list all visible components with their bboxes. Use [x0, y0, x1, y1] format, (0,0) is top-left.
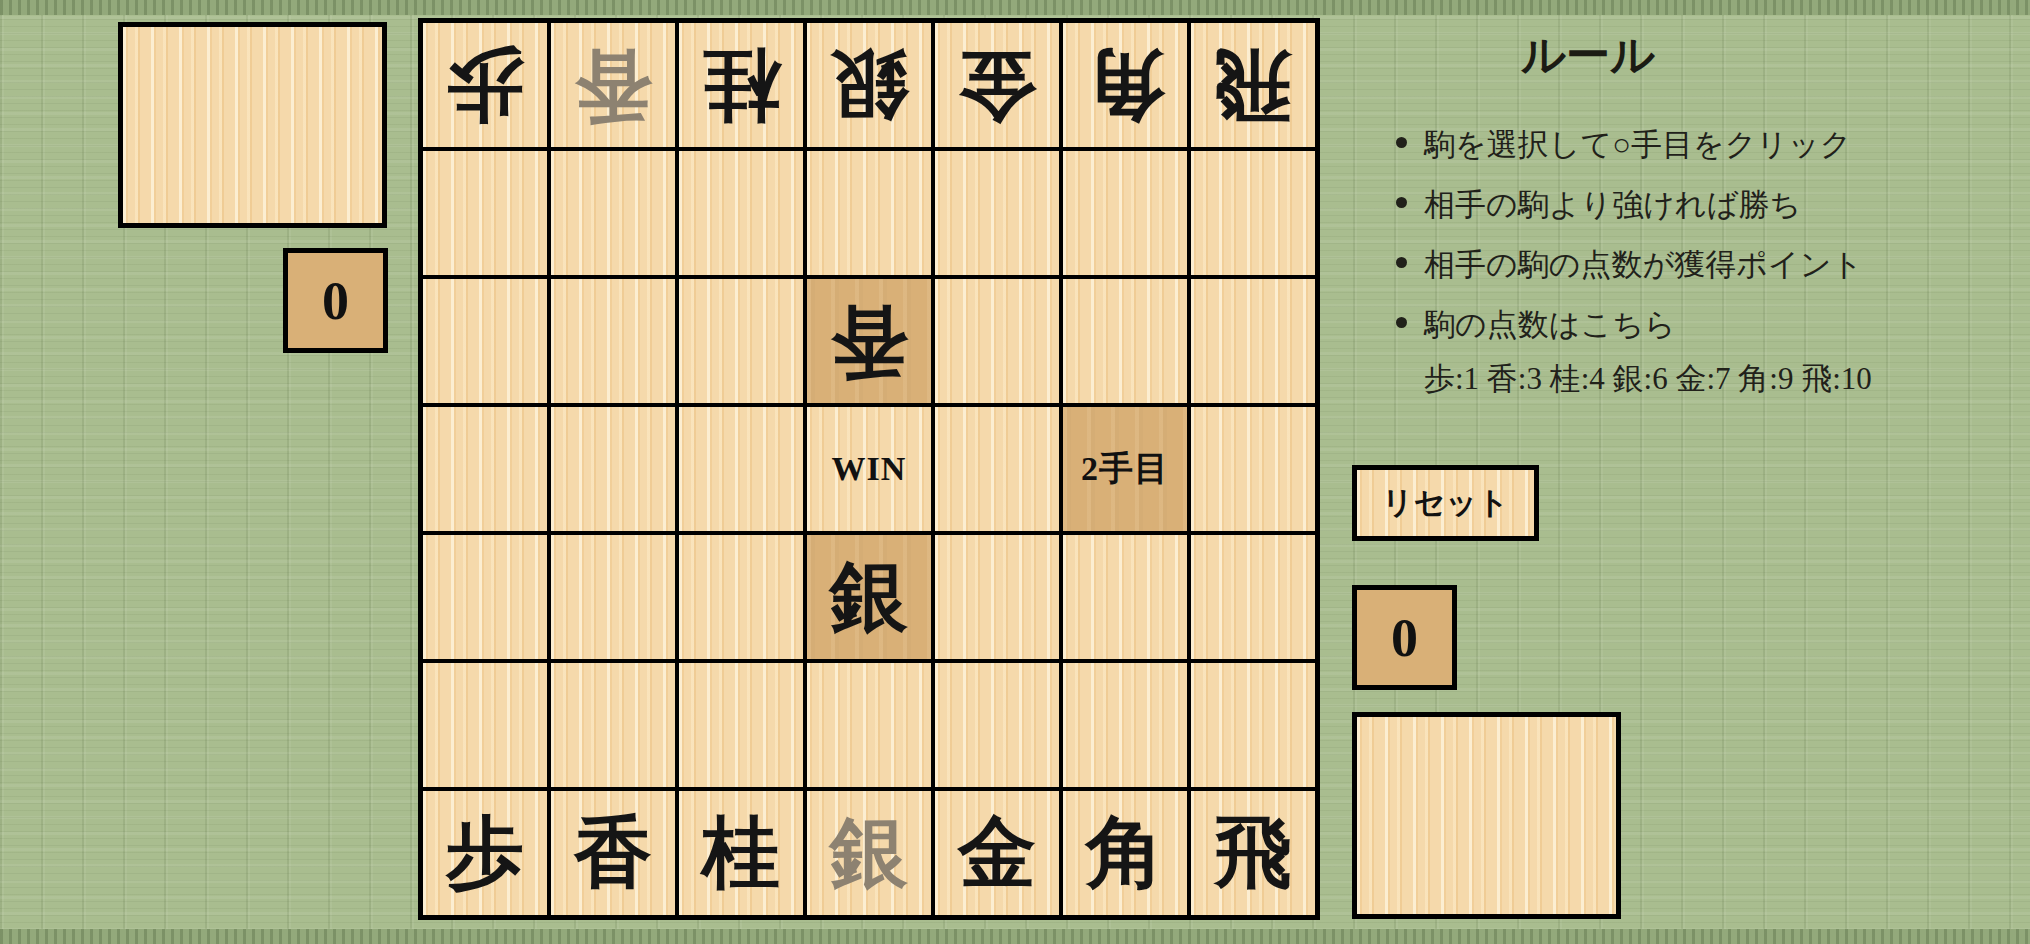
board-cell-r4c5[interactable] [935, 407, 1059, 531]
piece-fu-opponent: 歩 [446, 23, 524, 147]
rule-text-4: 駒の点数はこちら [1424, 307, 1676, 342]
rule-item-4: 駒の点数はこちら歩:1 香:3 桂:4 銀:6 金:7 角:9 飛:10 [1392, 308, 2022, 396]
tatami-seam-bottom [0, 929, 2030, 944]
opponent-score-value: 0 [322, 270, 349, 332]
move2-label: 2手目 [1081, 446, 1169, 492]
board-cell-r5c3[interactable] [679, 535, 803, 659]
board-cell-r1c4[interactable]: 銀 [807, 23, 931, 147]
rules-list: 駒を選択して○手目をクリック 相手の駒より強ければ勝ち 相手の駒の点数が獲得ポイ… [1392, 128, 2022, 422]
board-cell-r7c5[interactable]: 金 [935, 791, 1059, 915]
bullet-dot [1396, 317, 1407, 328]
board-cell-r3c5[interactable] [935, 279, 1059, 403]
board-cell-r1c1[interactable]: 歩 [423, 23, 547, 147]
board-cell-r2c2[interactable] [551, 151, 675, 275]
board-cell-r3c6[interactable] [1063, 279, 1187, 403]
piece-fu-player: 歩 [446, 791, 524, 915]
board-cell-r3c7[interactable] [1191, 279, 1315, 403]
piece-keima-player: 桂 [702, 791, 780, 915]
board-cell-r4c6[interactable]: 2手目 [1063, 407, 1187, 531]
player-score-box: 0 [1352, 585, 1457, 690]
piece-kin-player: 金 [958, 791, 1036, 915]
piece-kyosha-opponent: 香 [574, 23, 652, 147]
board-cell-r7c4[interactable]: 銀 [807, 791, 931, 915]
board-cell-r4c2[interactable] [551, 407, 675, 531]
bullet-dot [1396, 197, 1407, 208]
board-cell-r4c7[interactable] [1191, 407, 1315, 531]
piece-hisha-player: 飛 [1214, 791, 1292, 915]
board-cell-r5c4[interactable]: 銀 [807, 535, 931, 659]
board-cell-r7c3[interactable]: 桂 [679, 791, 803, 915]
player-score-value: 0 [1391, 607, 1418, 669]
board-cell-r5c1[interactable] [423, 535, 547, 659]
win-label: WIN [832, 450, 907, 488]
board-cell-r6c4[interactable] [807, 663, 931, 787]
board-cell-r2c6[interactable] [1063, 151, 1187, 275]
board-cell-r5c5[interactable] [935, 535, 1059, 659]
piece-keima-opponent: 桂 [702, 23, 780, 147]
board-cell-r4c1[interactable] [423, 407, 547, 531]
board-cell-r7c1[interactable]: 歩 [423, 791, 547, 915]
board-cell-r3c1[interactable] [423, 279, 547, 403]
board-cell-r5c6[interactable] [1063, 535, 1187, 659]
board-cell-r7c7[interactable]: 飛 [1191, 791, 1315, 915]
board-cell-r2c7[interactable] [1191, 151, 1315, 275]
board-cell-r5c7[interactable] [1191, 535, 1315, 659]
board-cell-r6c6[interactable] [1063, 663, 1187, 787]
rule-item-1: 駒を選択して○手目をクリック [1392, 128, 2022, 162]
player-capture-tray [1352, 712, 1621, 919]
piece-hisha-opponent: 飛 [1214, 23, 1292, 147]
board-cell-r6c1[interactable] [423, 663, 547, 787]
board-cell-r2c3[interactable] [679, 151, 803, 275]
board-cell-r6c5[interactable] [935, 663, 1059, 787]
board-cell-r3c2[interactable] [551, 279, 675, 403]
board-cell-r6c7[interactable] [1191, 663, 1315, 787]
board-cell-r7c2[interactable]: 香 [551, 791, 675, 915]
tatami-seam-top [0, 0, 2030, 15]
opponent-capture-tray [118, 22, 387, 228]
board-cell-r5c2[interactable] [551, 535, 675, 659]
board-cell-r6c3[interactable] [679, 663, 803, 787]
board-cell-r3c3[interactable] [679, 279, 803, 403]
piece-kaku-player: 角 [1086, 791, 1164, 915]
board-cell-r1c5[interactable]: 金 [935, 23, 1059, 147]
piece-kaku-opponent: 角 [1086, 23, 1164, 147]
rule-text-1: 駒を選択して○手目をクリック [1424, 127, 1852, 162]
bullet-dot [1396, 137, 1407, 148]
shogi-board[interactable]: 歩香桂銀金角飛香WIN2手目銀歩香桂銀金角飛 [418, 18, 1320, 920]
board-cell-r1c2[interactable]: 香 [551, 23, 675, 147]
piece-gin-player: 銀 [830, 791, 908, 915]
board-cell-r3c4[interactable]: 香 [807, 279, 931, 403]
piece-kin-opponent: 金 [958, 23, 1036, 147]
board-cell-r6c2[interactable] [551, 663, 675, 787]
board-cell-r4c3[interactable] [679, 407, 803, 531]
rules-title: ルール [1388, 26, 1788, 85]
rule-text-3: 相手の駒の点数が獲得ポイント [1424, 247, 1863, 282]
piece-kyosha-player: 香 [574, 791, 652, 915]
opponent-score-box: 0 [283, 248, 388, 353]
piece-kyosha-opponent: 香 [830, 279, 908, 403]
reset-button[interactable]: リセット [1352, 465, 1539, 541]
bullet-dot [1396, 257, 1407, 268]
board-cell-r1c6[interactable]: 角 [1063, 23, 1187, 147]
board-cell-r1c7[interactable]: 飛 [1191, 23, 1315, 147]
board-cell-r7c6[interactable]: 角 [1063, 791, 1187, 915]
board-cell-r2c5[interactable] [935, 151, 1059, 275]
rule-text-2: 相手の駒より強ければ勝ち [1424, 187, 1801, 222]
board-cell-r2c4[interactable] [807, 151, 931, 275]
rule-item-2: 相手の駒より強ければ勝ち [1392, 188, 2022, 222]
board-cell-r4c4[interactable]: WIN [807, 407, 931, 531]
board-cell-r1c3[interactable]: 桂 [679, 23, 803, 147]
piece-points-line: 歩:1 香:3 桂:4 銀:6 金:7 角:9 飛:10 [1424, 362, 2022, 396]
rule-item-3: 相手の駒の点数が獲得ポイント [1392, 248, 2022, 282]
piece-gin-player: 銀 [830, 535, 908, 659]
piece-gin-opponent: 銀 [830, 23, 908, 147]
board-cell-r2c1[interactable] [423, 151, 547, 275]
